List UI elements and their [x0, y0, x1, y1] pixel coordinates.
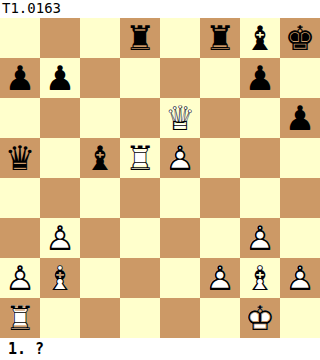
square-d4[interactable] — [120, 178, 160, 218]
square-f3[interactable] — [200, 218, 240, 258]
square-e5[interactable]: ♟♙ — [160, 138, 200, 178]
white-pawn-outline-icon: ♙ — [0, 258, 40, 298]
square-a7[interactable]: ♟ — [0, 58, 40, 98]
square-f4[interactable] — [200, 178, 240, 218]
square-a5[interactable]: ♛ — [0, 138, 40, 178]
black-rook-icon: ♜ — [120, 18, 160, 58]
white-bishop-icon: ♝ — [40, 258, 80, 298]
square-f7[interactable] — [200, 58, 240, 98]
white-pawn-outline-icon: ♙ — [280, 258, 320, 298]
square-g2[interactable]: ♝♗ — [240, 258, 280, 298]
chess-puzzle-app: T1.0163 ♜♜♝♚♟♟♟♛♕♟♛♝♜♖♟♙♟♙♟♙♟♙♝♗♟♙♝♗♟♙♜♖… — [0, 0, 320, 360]
white-rook-outline-icon: ♖ — [120, 138, 160, 178]
black-pawn-icon: ♟ — [240, 58, 280, 98]
square-e8[interactable] — [160, 18, 200, 58]
square-c1[interactable] — [80, 298, 120, 338]
square-a1[interactable]: ♜♖ — [0, 298, 40, 338]
black-queen-icon: ♛ — [0, 138, 40, 178]
square-h6[interactable]: ♟ — [280, 98, 320, 138]
white-bishop-icon: ♝ — [240, 258, 280, 298]
white-pawn-outline-icon: ♙ — [160, 138, 200, 178]
square-b5[interactable] — [40, 138, 80, 178]
square-g5[interactable] — [240, 138, 280, 178]
white-pawn-icon: ♟ — [160, 138, 200, 178]
white-pawn-outline-icon: ♙ — [240, 218, 280, 258]
white-rook-outline-icon: ♖ — [0, 298, 40, 338]
square-a6[interactable] — [0, 98, 40, 138]
square-a2[interactable]: ♟♙ — [0, 258, 40, 298]
square-d8[interactable]: ♜ — [120, 18, 160, 58]
white-king-icon: ♚ — [240, 298, 280, 338]
black-pawn-icon: ♟ — [280, 98, 320, 138]
square-b4[interactable] — [40, 178, 80, 218]
square-c6[interactable] — [80, 98, 120, 138]
black-bishop-icon: ♝ — [240, 18, 280, 58]
square-h2[interactable]: ♟♙ — [280, 258, 320, 298]
square-g1[interactable]: ♚♔ — [240, 298, 280, 338]
white-rook-icon: ♜ — [120, 138, 160, 178]
square-c8[interactable] — [80, 18, 120, 58]
square-b1[interactable] — [40, 298, 80, 338]
square-e6[interactable]: ♛♕ — [160, 98, 200, 138]
move-prompt: 1. ? — [0, 338, 320, 360]
white-queen-outline-icon: ♕ — [160, 98, 200, 138]
chess-board: ♜♜♝♚♟♟♟♛♕♟♛♝♜♖♟♙♟♙♟♙♟♙♝♗♟♙♝♗♟♙♜♖♚♔ — [0, 18, 320, 338]
black-rook-icon: ♜ — [200, 18, 240, 58]
white-pawn-icon: ♟ — [0, 258, 40, 298]
square-g4[interactable] — [240, 178, 280, 218]
square-h3[interactable] — [280, 218, 320, 258]
white-pawn-icon: ♟ — [280, 258, 320, 298]
square-g8[interactable]: ♝ — [240, 18, 280, 58]
square-b6[interactable] — [40, 98, 80, 138]
white-queen-icon: ♛ — [160, 98, 200, 138]
square-b7[interactable]: ♟ — [40, 58, 80, 98]
square-f1[interactable] — [200, 298, 240, 338]
square-h4[interactable] — [280, 178, 320, 218]
white-rook-icon: ♜ — [0, 298, 40, 338]
square-g3[interactable]: ♟♙ — [240, 218, 280, 258]
black-bishop-icon: ♝ — [80, 138, 120, 178]
square-e7[interactable] — [160, 58, 200, 98]
puzzle-id: T1.0163 — [0, 0, 320, 18]
white-pawn-icon: ♟ — [40, 218, 80, 258]
square-e4[interactable] — [160, 178, 200, 218]
square-f5[interactable] — [200, 138, 240, 178]
square-h7[interactable] — [280, 58, 320, 98]
square-b2[interactable]: ♝♗ — [40, 258, 80, 298]
square-e1[interactable] — [160, 298, 200, 338]
square-f8[interactable]: ♜ — [200, 18, 240, 58]
white-pawn-icon: ♟ — [200, 258, 240, 298]
white-pawn-outline-icon: ♙ — [40, 218, 80, 258]
square-g6[interactable] — [240, 98, 280, 138]
square-c3[interactable] — [80, 218, 120, 258]
square-d2[interactable] — [120, 258, 160, 298]
white-king-outline-icon: ♔ — [240, 298, 280, 338]
square-h1[interactable] — [280, 298, 320, 338]
square-b8[interactable] — [40, 18, 80, 58]
white-pawn-icon: ♟ — [240, 218, 280, 258]
square-f6[interactable] — [200, 98, 240, 138]
black-king-icon: ♚ — [280, 18, 320, 58]
square-h8[interactable]: ♚ — [280, 18, 320, 58]
square-d7[interactable] — [120, 58, 160, 98]
square-d5[interactable]: ♜♖ — [120, 138, 160, 178]
square-d6[interactable] — [120, 98, 160, 138]
square-e2[interactable] — [160, 258, 200, 298]
square-f2[interactable]: ♟♙ — [200, 258, 240, 298]
square-a8[interactable] — [0, 18, 40, 58]
white-bishop-outline-icon: ♗ — [240, 258, 280, 298]
square-a3[interactable] — [0, 218, 40, 258]
square-b3[interactable]: ♟♙ — [40, 218, 80, 258]
square-d3[interactable] — [120, 218, 160, 258]
square-h5[interactable] — [280, 138, 320, 178]
square-c2[interactable] — [80, 258, 120, 298]
square-d1[interactable] — [120, 298, 160, 338]
square-c5[interactable]: ♝ — [80, 138, 120, 178]
white-bishop-outline-icon: ♗ — [40, 258, 80, 298]
square-c4[interactable] — [80, 178, 120, 218]
black-pawn-icon: ♟ — [0, 58, 40, 98]
square-e3[interactable] — [160, 218, 200, 258]
white-pawn-outline-icon: ♙ — [200, 258, 240, 298]
square-c7[interactable] — [80, 58, 120, 98]
square-a4[interactable] — [0, 178, 40, 218]
black-pawn-icon: ♟ — [40, 58, 80, 98]
square-g7[interactable]: ♟ — [240, 58, 280, 98]
